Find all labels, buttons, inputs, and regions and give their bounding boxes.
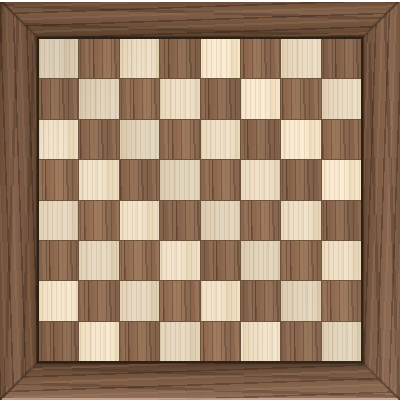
square-a7[interactable] [39,79,78,118]
square-c8[interactable] [120,39,159,78]
square-g4[interactable] [281,201,320,240]
square-h7[interactable] [322,79,361,118]
square-f2[interactable] [241,281,280,320]
square-h4[interactable] [322,201,361,240]
square-a1[interactable] [39,322,78,361]
square-e8[interactable] [201,39,240,78]
square-e6[interactable] [201,120,240,159]
square-d8[interactable] [160,39,199,78]
square-d3[interactable] [160,241,199,280]
square-a2[interactable] [39,281,78,320]
square-g8[interactable] [281,39,320,78]
square-d6[interactable] [160,120,199,159]
square-b1[interactable] [79,322,118,361]
square-f6[interactable] [241,120,280,159]
square-g3[interactable] [281,241,320,280]
square-h1[interactable] [322,322,361,361]
square-f7[interactable] [241,79,280,118]
square-d1[interactable] [160,322,199,361]
square-b2[interactable] [79,281,118,320]
square-c1[interactable] [120,322,159,361]
square-f5[interactable] [241,160,280,199]
board-frame-top [0,0,400,37]
square-b4[interactable] [79,201,118,240]
square-f4[interactable] [241,201,280,240]
square-h5[interactable] [322,160,361,199]
square-b7[interactable] [79,79,118,118]
square-a4[interactable] [39,201,78,240]
square-c4[interactable] [120,201,159,240]
chess-board-grid [39,39,361,361]
square-h6[interactable] [322,120,361,159]
square-b6[interactable] [79,120,118,159]
board-frame-left [0,0,37,400]
square-a8[interactable] [39,39,78,78]
square-f3[interactable] [241,241,280,280]
square-c5[interactable] [120,160,159,199]
board-frame-bottom [0,363,400,400]
square-h8[interactable] [322,39,361,78]
square-e4[interactable] [201,201,240,240]
square-f8[interactable] [241,39,280,78]
white-background-strip-top [0,0,400,2]
square-d2[interactable] [160,281,199,320]
square-g5[interactable] [281,160,320,199]
board-playing-area [37,37,363,363]
square-d4[interactable] [160,201,199,240]
square-h2[interactable] [322,281,361,320]
square-b8[interactable] [79,39,118,78]
square-f1[interactable] [241,322,280,361]
square-h3[interactable] [322,241,361,280]
square-g2[interactable] [281,281,320,320]
square-c7[interactable] [120,79,159,118]
square-b5[interactable] [79,160,118,199]
square-e7[interactable] [201,79,240,118]
square-c6[interactable] [120,120,159,159]
square-c3[interactable] [120,241,159,280]
square-g6[interactable] [281,120,320,159]
square-b3[interactable] [79,241,118,280]
square-c2[interactable] [120,281,159,320]
square-a3[interactable] [39,241,78,280]
square-e2[interactable] [201,281,240,320]
square-a6[interactable] [39,120,78,159]
square-d7[interactable] [160,79,199,118]
square-g7[interactable] [281,79,320,118]
square-g1[interactable] [281,322,320,361]
square-e3[interactable] [201,241,240,280]
square-d5[interactable] [160,160,199,199]
square-a5[interactable] [39,160,78,199]
square-e1[interactable] [201,322,240,361]
square-e5[interactable] [201,160,240,199]
chessboard-photo [0,0,400,400]
board-frame-right [363,0,400,400]
